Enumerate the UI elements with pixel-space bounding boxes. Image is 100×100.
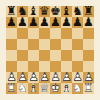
piece-black-pawn: ♟ [50,17,61,28]
piece-black-pawn: ♟ [72,17,83,28]
square-e6[interactable] [50,28,61,39]
square-a4[interactable] [6,50,17,61]
white-piece-outline-glyph: ♔ [50,83,61,94]
black-piece-glyph: ♟ [61,17,72,28]
square-d6[interactable] [39,28,50,39]
board-margin: ♜♞♝♛♚♝♞♜♟♟♟♟♟♟♟♟♟♙♟♙♟♙♟♙♟♙♟♙♟♙♟♙♜♖♞♘♝♗♛♕… [0,0,100,100]
square-a1[interactable]: ♜♖ [6,83,17,94]
square-h1[interactable]: ♜♖ [83,83,94,94]
piece-white-king: ♚♔ [50,83,61,94]
square-c7[interactable]: ♟ [28,17,39,28]
square-f7[interactable]: ♟ [61,17,72,28]
black-piece-glyph: ♟ [28,17,39,28]
square-b4[interactable] [17,50,28,61]
piece-black-pawn: ♟ [83,17,94,28]
square-g5[interactable] [72,39,83,50]
square-c4[interactable] [28,50,39,61]
piece-black-pawn: ♟ [61,17,72,28]
white-piece-outline-glyph: ♗ [28,83,39,94]
square-g7[interactable]: ♟ [72,17,83,28]
square-c6[interactable] [28,28,39,39]
white-piece-outline-glyph: ♖ [83,83,94,94]
white-piece-outline-glyph: ♘ [17,83,28,94]
square-b6[interactable] [17,28,28,39]
square-f1[interactable]: ♝♗ [61,83,72,94]
square-c1[interactable]: ♝♗ [28,83,39,94]
piece-white-bishop: ♝♗ [28,83,39,94]
square-d7[interactable]: ♟ [39,17,50,28]
black-piece-glyph: ♟ [39,17,50,28]
square-a5[interactable] [6,39,17,50]
square-c5[interactable] [28,39,39,50]
piece-black-pawn: ♟ [39,17,50,28]
piece-black-pawn: ♟ [17,17,28,28]
white-piece-outline-glyph: ♘ [72,83,83,94]
piece-white-rook: ♜♖ [6,83,17,94]
black-piece-glyph: ♟ [72,17,83,28]
square-d5[interactable] [39,39,50,50]
white-piece-outline-glyph: ♖ [6,83,17,94]
piece-white-rook: ♜♖ [83,83,94,94]
piece-black-pawn: ♟ [28,17,39,28]
square-f6[interactable] [61,28,72,39]
piece-white-knight: ♞♘ [72,83,83,94]
square-e4[interactable] [50,50,61,61]
square-e5[interactable] [50,39,61,50]
square-b7[interactable]: ♟ [17,17,28,28]
square-f5[interactable] [61,39,72,50]
black-piece-glyph: ♟ [6,17,17,28]
square-b5[interactable] [17,39,28,50]
square-g6[interactable] [72,28,83,39]
piece-white-knight: ♞♘ [17,83,28,94]
square-h7[interactable]: ♟ [83,17,94,28]
square-e7[interactable]: ♟ [50,17,61,28]
square-h5[interactable] [83,39,94,50]
square-b1[interactable]: ♞♘ [17,83,28,94]
square-e1[interactable]: ♚♔ [50,83,61,94]
white-piece-outline-glyph: ♗ [61,83,72,94]
chess-board: ♜♞♝♛♚♝♞♜♟♟♟♟♟♟♟♟♟♙♟♙♟♙♟♙♟♙♟♙♟♙♟♙♜♖♞♘♝♗♛♕… [6,6,94,94]
square-a7[interactable]: ♟ [6,17,17,28]
square-d1[interactable]: ♛♕ [39,83,50,94]
white-piece-outline-glyph: ♕ [39,83,50,94]
square-d4[interactable] [39,50,50,61]
black-piece-glyph: ♟ [50,17,61,28]
black-piece-glyph: ♟ [83,17,94,28]
square-h4[interactable] [83,50,94,61]
square-h6[interactable] [83,28,94,39]
square-g4[interactable] [72,50,83,61]
piece-white-queen: ♛♕ [39,83,50,94]
black-piece-glyph: ♟ [17,17,28,28]
piece-white-bishop: ♝♗ [61,83,72,94]
piece-black-pawn: ♟ [6,17,17,28]
square-a6[interactable] [6,28,17,39]
square-f4[interactable] [61,50,72,61]
square-g1[interactable]: ♞♘ [72,83,83,94]
